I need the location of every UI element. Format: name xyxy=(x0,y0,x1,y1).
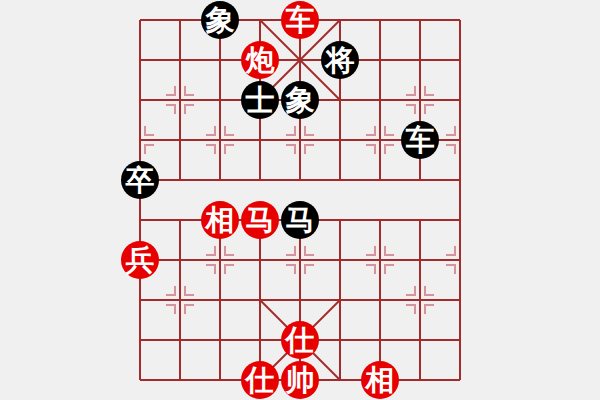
piece-black-chariot[interactable]: 车 xyxy=(400,120,440,160)
black-chariot-glyph: 车 xyxy=(401,121,439,159)
piece-red-advisor[interactable]: 仕 xyxy=(280,320,320,360)
black-horse-glyph: 马 xyxy=(281,201,319,239)
red-elephant-glyph: 相 xyxy=(361,361,399,399)
red-general-glyph: 帅 xyxy=(281,361,319,399)
red-horse-glyph: 马 xyxy=(241,201,279,239)
red-chariot-glyph: 车 xyxy=(281,1,319,39)
red-pawn-glyph: 兵 xyxy=(121,241,159,279)
black-elephant-glyph: 象 xyxy=(281,81,319,119)
red-advisor-glyph: 仕 xyxy=(241,361,279,399)
piece-black-advisor[interactable]: 士 xyxy=(240,80,280,120)
xiangqi-app: 象车炮将士象车卒相马马兵仕仕帅相 xyxy=(0,0,600,400)
piece-red-pawn[interactable]: 兵 xyxy=(120,240,160,280)
red-cannon-glyph: 炮 xyxy=(241,41,279,79)
piece-red-elephant[interactable]: 相 xyxy=(200,200,240,240)
red-elephant-glyph: 相 xyxy=(201,201,239,239)
black-general-glyph: 将 xyxy=(321,41,359,79)
black-pawn-glyph: 卒 xyxy=(121,161,159,199)
piece-black-horse[interactable]: 马 xyxy=(280,200,320,240)
red-advisor-glyph: 仕 xyxy=(281,321,319,359)
piece-red-elephant[interactable]: 相 xyxy=(360,360,400,400)
piece-red-chariot[interactable]: 车 xyxy=(280,0,320,40)
black-elephant-glyph: 象 xyxy=(201,1,239,39)
black-advisor-glyph: 士 xyxy=(241,81,279,119)
piece-black-pawn[interactable]: 卒 xyxy=(120,160,160,200)
piece-grid: 象车炮将士象车卒相马马兵仕仕帅相 xyxy=(120,0,480,400)
piece-black-general[interactable]: 将 xyxy=(320,40,360,80)
piece-red-horse[interactable]: 马 xyxy=(240,200,280,240)
piece-red-general[interactable]: 帅 xyxy=(280,360,320,400)
piece-red-cannon[interactable]: 炮 xyxy=(240,40,280,80)
piece-red-advisor[interactable]: 仕 xyxy=(240,360,280,400)
piece-black-elephant[interactable]: 象 xyxy=(280,80,320,120)
piece-black-elephant[interactable]: 象 xyxy=(200,0,240,40)
